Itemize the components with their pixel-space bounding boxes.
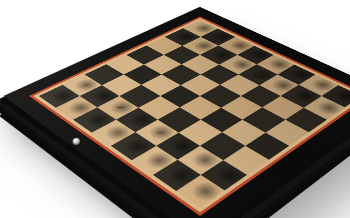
- chess-set-product-photo: ♜♟♟♜♞♟♟♞♝♟♟♝♚♟♟♚♛♟♟♛♝♟♟♝♞♟♟♞♜♟♟♜: [0, 0, 350, 218]
- board-3d-scene: ♜♟♟♜♞♟♟♞♝♟♟♝♚♟♟♚♛♟♟♛♝♟♟♝♞♟♟♞♜♟♟♜: [0, 0, 350, 218]
- drawer-knob-icon: [73, 138, 80, 145]
